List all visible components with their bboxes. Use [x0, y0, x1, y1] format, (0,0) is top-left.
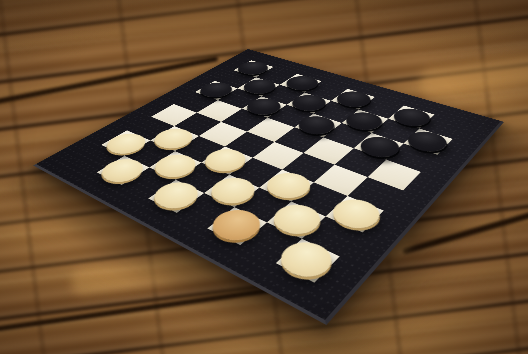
photo-stage — [0, 0, 528, 354]
